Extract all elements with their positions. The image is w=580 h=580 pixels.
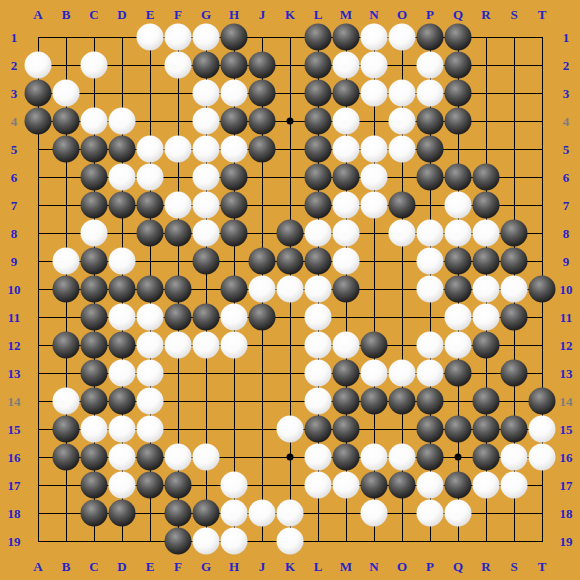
row-label-left: 9 [11,255,18,268]
black-stone[interactable] [333,24,360,51]
white-stone[interactable] [445,304,472,331]
go-board[interactable]: AABBCCDDEEFFGGHHJJKKLLMMNNOOPPQQRRSSTT11… [0,0,580,580]
black-stone[interactable] [137,472,164,499]
black-stone[interactable] [81,332,108,359]
white-stone[interactable] [277,416,304,443]
col-label-bottom: Q [453,560,463,573]
black-stone[interactable] [81,276,108,303]
black-stone[interactable] [81,472,108,499]
black-stone[interactable] [445,108,472,135]
black-stone[interactable] [221,108,248,135]
black-stone[interactable] [81,164,108,191]
row-label-left: 7 [11,199,18,212]
row-label-right: 11 [560,311,572,324]
black-stone[interactable] [53,136,80,163]
black-stone[interactable] [81,304,108,331]
black-stone[interactable] [249,108,276,135]
white-stone[interactable] [165,444,192,471]
row-label-right: 15 [560,423,573,436]
row-label-right: 12 [560,339,573,352]
white-stone[interactable] [305,220,332,247]
white-stone[interactable] [389,80,416,107]
black-stone[interactable] [305,136,332,163]
white-stone[interactable] [165,52,192,79]
black-stone[interactable] [221,24,248,51]
row-label-right: 18 [560,507,573,520]
col-label-top: N [369,8,378,21]
white-stone[interactable] [305,444,332,471]
white-stone[interactable] [529,444,556,471]
white-stone[interactable] [193,192,220,219]
black-stone[interactable] [473,388,500,415]
row-label-left: 11 [8,311,20,324]
white-stone[interactable] [333,192,360,219]
white-stone[interactable] [417,360,444,387]
black-stone[interactable] [501,360,528,387]
white-stone[interactable] [501,276,528,303]
black-stone[interactable] [445,164,472,191]
black-stone[interactable] [417,136,444,163]
black-stone[interactable] [25,80,52,107]
white-stone[interactable] [333,52,360,79]
white-stone[interactable] [193,220,220,247]
row-label-right: 19 [560,535,573,548]
white-stone[interactable] [305,332,332,359]
black-stone[interactable] [417,416,444,443]
white-stone[interactable] [137,304,164,331]
col-label-bottom: S [510,560,517,573]
row-label-right: 17 [560,479,573,492]
white-stone[interactable] [165,136,192,163]
col-label-bottom: B [62,560,71,573]
row-label-left: 3 [11,87,18,100]
col-label-bottom: C [89,560,98,573]
white-stone[interactable] [193,444,220,471]
white-stone[interactable] [137,136,164,163]
black-stone[interactable] [137,276,164,303]
black-stone[interactable] [81,388,108,415]
white-stone[interactable] [137,416,164,443]
white-stone[interactable] [333,248,360,275]
black-stone[interactable] [305,192,332,219]
white-stone[interactable] [53,388,80,415]
white-stone[interactable] [193,164,220,191]
white-stone[interactable] [81,416,108,443]
col-label-bottom: F [174,560,182,573]
col-label-top: E [146,8,155,21]
white-stone[interactable] [417,472,444,499]
row-label-left: 17 [8,479,21,492]
white-stone[interactable] [389,360,416,387]
col-label-top: O [397,8,407,21]
black-stone[interactable] [361,388,388,415]
black-stone[interactable] [53,108,80,135]
white-stone[interactable] [193,24,220,51]
black-stone[interactable] [305,416,332,443]
white-stone[interactable] [137,332,164,359]
col-label-bottom: A [33,560,42,573]
black-stone[interactable] [501,248,528,275]
row-label-right: 1 [563,31,570,44]
col-label-top: P [426,8,434,21]
black-stone[interactable] [53,332,80,359]
black-stone[interactable] [221,192,248,219]
black-stone[interactable] [445,360,472,387]
row-label-right: 8 [563,227,570,240]
black-stone[interactable] [445,52,472,79]
black-stone[interactable] [249,52,276,79]
white-stone[interactable] [81,52,108,79]
black-stone[interactable] [165,500,192,527]
black-stone[interactable] [53,444,80,471]
white-stone[interactable] [361,164,388,191]
white-stone[interactable] [417,220,444,247]
white-stone[interactable] [361,444,388,471]
col-label-bottom: O [397,560,407,573]
white-stone[interactable] [473,472,500,499]
black-stone[interactable] [445,276,472,303]
row-label-right: 16 [560,451,573,464]
black-stone[interactable] [81,444,108,471]
white-stone[interactable] [53,80,80,107]
row-label-right: 5 [563,143,570,156]
row-label-left: 2 [11,59,18,72]
white-stone[interactable] [473,220,500,247]
black-stone[interactable] [333,444,360,471]
white-stone[interactable] [389,108,416,135]
black-stone[interactable] [193,304,220,331]
black-stone[interactable] [473,248,500,275]
black-stone[interactable] [277,220,304,247]
white-stone[interactable] [81,220,108,247]
black-stone[interactable] [165,276,192,303]
col-label-bottom: K [285,560,295,573]
white-stone[interactable] [109,164,136,191]
black-stone[interactable] [305,52,332,79]
white-stone[interactable] [361,24,388,51]
black-stone[interactable] [417,108,444,135]
black-stone[interactable] [249,80,276,107]
white-stone[interactable] [305,304,332,331]
white-stone[interactable] [417,80,444,107]
white-stone[interactable] [25,52,52,79]
row-label-left: 14 [8,395,21,408]
row-label-right: 14 [560,395,573,408]
star-point [287,118,294,125]
black-stone[interactable] [165,528,192,555]
white-stone[interactable] [193,332,220,359]
col-label-bottom: R [481,560,490,573]
black-stone[interactable] [389,192,416,219]
black-stone[interactable] [221,52,248,79]
row-label-left: 1 [11,31,18,44]
white-stone[interactable] [333,220,360,247]
row-label-left: 10 [8,283,21,296]
col-label-top: B [62,8,71,21]
col-label-bottom: G [201,560,211,573]
black-stone[interactable] [165,304,192,331]
white-stone[interactable] [109,360,136,387]
black-stone[interactable] [109,136,136,163]
white-stone[interactable] [193,136,220,163]
col-label-top: T [538,8,547,21]
white-stone[interactable] [361,136,388,163]
white-stone[interactable] [221,332,248,359]
white-stone[interactable] [165,24,192,51]
white-stone[interactable] [389,24,416,51]
col-label-bottom: H [229,560,239,573]
black-stone[interactable] [333,416,360,443]
row-label-right: 7 [563,199,570,212]
white-stone[interactable] [389,136,416,163]
black-stone[interactable] [221,164,248,191]
black-stone[interactable] [249,248,276,275]
white-stone[interactable] [193,108,220,135]
black-stone[interactable] [445,472,472,499]
white-stone[interactable] [305,360,332,387]
col-label-bottom: M [340,560,352,573]
col-label-top: D [117,8,126,21]
black-stone[interactable] [473,444,500,471]
black-stone[interactable] [529,276,556,303]
black-stone[interactable] [81,248,108,275]
col-label-bottom: L [314,560,323,573]
black-stone[interactable] [305,248,332,275]
star-point [287,454,294,461]
black-stone[interactable] [305,164,332,191]
white-stone[interactable] [165,192,192,219]
black-stone[interactable] [109,276,136,303]
black-stone[interactable] [193,248,220,275]
black-stone[interactable] [473,192,500,219]
black-stone[interactable] [81,136,108,163]
black-stone[interactable] [361,472,388,499]
row-label-right: 4 [563,115,570,128]
black-stone[interactable] [445,80,472,107]
white-stone[interactable] [221,80,248,107]
white-stone[interactable] [193,528,220,555]
col-label-top: H [229,8,239,21]
white-stone[interactable] [361,360,388,387]
black-stone[interactable] [81,192,108,219]
white-stone[interactable] [417,332,444,359]
row-label-left: 16 [8,451,21,464]
star-point [455,454,462,461]
white-stone[interactable] [277,528,304,555]
col-label-top: C [89,8,98,21]
black-stone[interactable] [277,248,304,275]
white-stone[interactable] [361,500,388,527]
black-stone[interactable] [109,332,136,359]
white-stone[interactable] [417,248,444,275]
row-label-left: 18 [8,507,21,520]
white-stone[interactable] [137,360,164,387]
black-stone[interactable] [193,52,220,79]
black-stone[interactable] [473,416,500,443]
white-stone[interactable] [221,304,248,331]
white-stone[interactable] [529,416,556,443]
black-stone[interactable] [109,192,136,219]
black-stone[interactable] [389,388,416,415]
black-stone[interactable] [445,24,472,51]
black-stone[interactable] [529,388,556,415]
black-stone[interactable] [137,444,164,471]
white-stone[interactable] [333,332,360,359]
white-stone[interactable] [221,528,248,555]
row-label-left: 4 [11,115,18,128]
col-label-bottom: J [259,560,266,573]
row-label-left: 6 [11,171,18,184]
row-label-left: 5 [11,143,18,156]
black-stone[interactable] [333,360,360,387]
white-stone[interactable] [473,304,500,331]
black-stone[interactable] [305,80,332,107]
black-stone[interactable] [473,332,500,359]
black-stone[interactable] [333,388,360,415]
row-label-left: 8 [11,227,18,240]
black-stone[interactable] [445,248,472,275]
white-stone[interactable] [137,164,164,191]
col-label-top: Q [453,8,463,21]
row-label-right: 13 [560,367,573,380]
white-stone[interactable] [361,52,388,79]
black-stone[interactable] [305,108,332,135]
black-stone[interactable] [109,388,136,415]
white-stone[interactable] [305,276,332,303]
white-stone[interactable] [389,220,416,247]
white-stone[interactable] [473,276,500,303]
black-stone[interactable] [417,24,444,51]
col-label-top: A [33,8,42,21]
col-label-bottom: N [369,560,378,573]
white-stone[interactable] [361,192,388,219]
row-label-right: 9 [563,255,570,268]
white-stone[interactable] [109,472,136,499]
black-stone[interactable] [109,500,136,527]
black-stone[interactable] [137,192,164,219]
white-stone[interactable] [277,500,304,527]
black-stone[interactable] [25,108,52,135]
col-label-top: K [285,8,295,21]
white-stone[interactable] [221,472,248,499]
white-stone[interactable] [501,472,528,499]
black-stone[interactable] [249,304,276,331]
white-stone[interactable] [445,500,472,527]
black-stone[interactable] [417,444,444,471]
row-label-right: 6 [563,171,570,184]
black-stone[interactable] [501,416,528,443]
white-stone[interactable] [193,80,220,107]
white-stone[interactable] [333,136,360,163]
white-stone[interactable] [333,108,360,135]
white-stone[interactable] [109,444,136,471]
col-label-top: M [340,8,352,21]
black-stone[interactable] [165,472,192,499]
row-label-right: 2 [563,59,570,72]
black-stone[interactable] [81,500,108,527]
white-stone[interactable] [445,192,472,219]
white-stone[interactable] [221,500,248,527]
black-stone[interactable] [249,136,276,163]
white-stone[interactable] [137,388,164,415]
black-stone[interactable] [81,360,108,387]
black-stone[interactable] [417,164,444,191]
col-label-top: J [259,8,266,21]
col-label-top: L [314,8,323,21]
white-stone[interactable] [109,108,136,135]
white-stone[interactable] [221,136,248,163]
black-stone[interactable] [389,472,416,499]
black-stone[interactable] [305,24,332,51]
white-stone[interactable] [445,332,472,359]
row-label-left: 13 [8,367,21,380]
white-stone[interactable] [445,220,472,247]
white-stone[interactable] [389,444,416,471]
col-label-top: G [201,8,211,21]
black-stone[interactable] [333,276,360,303]
black-stone[interactable] [501,220,528,247]
black-stone[interactable] [53,416,80,443]
white-stone[interactable] [333,472,360,499]
col-label-bottom: T [538,560,547,573]
white-stone[interactable] [109,248,136,275]
col-label-top: F [174,8,182,21]
white-stone[interactable] [361,80,388,107]
white-stone[interactable] [305,472,332,499]
white-stone[interactable] [501,444,528,471]
white-stone[interactable] [417,500,444,527]
row-label-left: 12 [8,339,21,352]
white-stone[interactable] [81,108,108,135]
white-stone[interactable] [137,24,164,51]
white-stone[interactable] [165,332,192,359]
row-label-left: 19 [8,535,21,548]
col-label-bottom: P [426,560,434,573]
black-stone[interactable] [417,388,444,415]
white-stone[interactable] [417,52,444,79]
white-stone[interactable] [305,388,332,415]
black-stone[interactable] [53,276,80,303]
row-label-right: 10 [560,283,573,296]
white-stone[interactable] [417,276,444,303]
col-label-top: R [481,8,490,21]
black-stone[interactable] [501,304,528,331]
black-stone[interactable] [333,80,360,107]
black-stone[interactable] [333,164,360,191]
col-label-bottom: D [117,560,126,573]
white-stone[interactable] [53,248,80,275]
black-stone[interactable] [193,500,220,527]
white-stone[interactable] [249,500,276,527]
black-stone[interactable] [473,164,500,191]
white-stone[interactable] [277,276,304,303]
black-stone[interactable] [361,332,388,359]
row-label-left: 15 [8,423,21,436]
white-stone[interactable] [249,276,276,303]
black-stone[interactable] [165,220,192,247]
black-stone[interactable] [221,276,248,303]
white-stone[interactable] [109,304,136,331]
col-label-top: S [510,8,517,21]
black-stone[interactable] [137,220,164,247]
black-stone[interactable] [221,220,248,247]
row-label-right: 3 [563,87,570,100]
black-stone[interactable] [445,416,472,443]
white-stone[interactable] [109,416,136,443]
col-label-bottom: E [146,560,155,573]
